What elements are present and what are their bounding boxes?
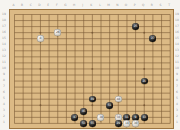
coordinate-label: C xyxy=(28,3,34,7)
coordinate-label: 3 xyxy=(1,108,7,112)
move-number: 47 xyxy=(71,114,78,121)
coordinate-label: F xyxy=(54,3,60,7)
white-stone-os[interactable]: 30 xyxy=(132,120,139,127)
coordinate-label: 11 xyxy=(174,60,180,64)
white-stone-kr[interactable]: 38 xyxy=(97,114,104,121)
black-stone-pl[interactable]: 21 xyxy=(141,78,148,85)
black-stone-oc[interactable]: 25 xyxy=(132,23,139,30)
black-stone-lp[interactable]: 51 xyxy=(106,102,113,109)
coordinate-label: Q xyxy=(140,3,146,7)
coordinate-label: 11 xyxy=(1,60,7,64)
move-number: 26 xyxy=(54,29,61,36)
black-stone-iq[interactable]: 45 xyxy=(80,108,87,115)
coordinate-label: 18 xyxy=(1,18,7,22)
move-number: 14 xyxy=(123,120,130,127)
move-number: 21 xyxy=(141,78,148,85)
coordinate-label: P xyxy=(132,3,138,7)
coordinate-label: 15 xyxy=(1,36,7,40)
coordinate-label: 2 xyxy=(174,114,180,118)
move-number: 27 xyxy=(149,35,156,42)
coordinate-label: 14 xyxy=(174,42,180,46)
coordinate-label: 13 xyxy=(174,48,180,52)
move-number: 30 xyxy=(132,120,139,127)
coordinate-label: 6 xyxy=(1,90,7,94)
move-number: 55 xyxy=(89,120,96,127)
black-stone-is[interactable]: 53 xyxy=(80,120,87,127)
coordinate-label: 4 xyxy=(174,102,180,106)
coordinate-label: 16 xyxy=(1,30,7,34)
coordinate-label: 17 xyxy=(174,24,180,28)
black-stone-qe[interactable]: 27 xyxy=(149,35,156,42)
move-number: 53 xyxy=(80,120,87,127)
white-stone-de[interactable]: 8 xyxy=(37,35,44,42)
coordinate-label: H xyxy=(71,3,77,7)
white-stone-fd[interactable]: 26 xyxy=(54,29,61,36)
move-number: 38 xyxy=(97,114,104,121)
black-stone-pr[interactable]: 13 xyxy=(141,114,148,121)
coordinate-label: 7 xyxy=(174,84,180,88)
move-number: 29 xyxy=(115,120,122,127)
coordinate-label: 6 xyxy=(174,90,180,94)
coordinate-label: 5 xyxy=(1,96,7,100)
coordinate-label: 5 xyxy=(174,96,180,100)
coordinate-label: 1 xyxy=(174,120,180,124)
move-number: 48 xyxy=(115,96,122,103)
coordinate-label: E xyxy=(45,3,51,7)
coordinate-label: 13 xyxy=(1,48,7,52)
coordinate-label: B xyxy=(19,3,25,7)
go-app-window: { "game": "go", "board": { "size": 19, "… xyxy=(0,0,180,130)
coordinate-label: M xyxy=(106,3,112,7)
coordinate-label: J xyxy=(80,3,86,7)
move-number: 8 xyxy=(37,35,44,42)
black-stone-jo[interactable]: 49 xyxy=(89,96,96,103)
coordinate-label: 8 xyxy=(1,78,7,82)
coordinate-label: 14 xyxy=(1,42,7,46)
move-number: 25 xyxy=(132,23,139,30)
coordinate-label: 10 xyxy=(174,66,180,70)
white-stone-mo[interactable]: 48 xyxy=(115,96,122,103)
coordinate-label: 12 xyxy=(1,54,7,58)
coordinate-label: D xyxy=(36,3,42,7)
coordinate-label: 3 xyxy=(174,108,180,112)
coordinate-label: L xyxy=(97,3,103,7)
coordinate-label: O xyxy=(123,3,129,7)
coordinate-label: 8 xyxy=(174,78,180,82)
coordinate-label: 10 xyxy=(1,66,7,70)
black-stone-hr[interactable]: 47 xyxy=(71,114,78,121)
move-number: 13 xyxy=(141,114,148,121)
coordinate-label: 15 xyxy=(174,36,180,40)
move-number: 51 xyxy=(106,102,113,109)
coordinate-label: 17 xyxy=(1,24,7,28)
coordinate-label: S xyxy=(158,3,164,7)
stone-layer: 25268272149485145473850119135355291430 xyxy=(10,12,174,127)
coordinate-label: K xyxy=(88,3,94,7)
coordinate-label: 9 xyxy=(1,72,7,76)
coordinate-label: 16 xyxy=(174,30,180,34)
coordinate-label: G xyxy=(62,3,68,7)
coordinate-label: 2 xyxy=(1,114,7,118)
coordinate-label: T xyxy=(166,3,172,7)
move-number: 45 xyxy=(80,108,87,115)
coordinate-label: 19 xyxy=(174,12,180,16)
coordinate-label: N xyxy=(114,3,120,7)
coordinate-label: 18 xyxy=(174,18,180,22)
coordinate-label: 7 xyxy=(1,84,7,88)
white-stone-ns[interactable]: 14 xyxy=(123,120,130,127)
coordinate-label: 4 xyxy=(1,102,7,106)
coordinate-label: 9 xyxy=(174,72,180,76)
coordinate-label: R xyxy=(149,3,155,7)
coordinate-label: 19 xyxy=(1,12,7,16)
black-stone-ms[interactable]: 29 xyxy=(115,120,122,127)
coordinate-label: A xyxy=(11,3,17,7)
black-stone-js[interactable]: 55 xyxy=(89,120,96,127)
coordinate-label: 12 xyxy=(174,54,180,58)
coordinate-label: 1 xyxy=(1,120,7,124)
go-board[interactable]: 25268272149485145473850119135355291430 xyxy=(9,9,174,129)
move-number: 49 xyxy=(89,96,96,103)
